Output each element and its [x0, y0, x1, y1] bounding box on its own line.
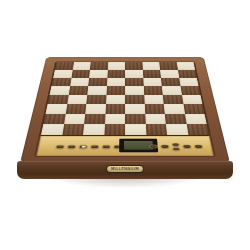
key-left-2-button[interactable]	[67, 145, 76, 149]
square-h4	[182, 95, 203, 104]
square-h8	[176, 62, 195, 70]
key-right-4-button[interactable]	[194, 145, 203, 149]
board-top-surface	[20, 57, 230, 163]
square-d6	[107, 78, 125, 86]
square-g3	[164, 104, 185, 114]
square-f2	[145, 114, 166, 124]
square-g1	[166, 124, 188, 135]
square-a7	[53, 70, 72, 78]
square-e6	[125, 78, 143, 86]
square-e3	[125, 104, 145, 114]
square-d3	[105, 104, 125, 114]
square-f6	[143, 78, 162, 86]
board-grid	[41, 62, 209, 135]
square-f3	[144, 104, 164, 114]
key-left-5-button[interactable]	[102, 145, 111, 149]
key-right-1-button[interactable]	[149, 145, 158, 149]
square-f4	[144, 95, 164, 104]
square-a1	[41, 124, 64, 135]
square-h2	[185, 114, 207, 124]
square-g8	[159, 62, 177, 70]
square-g7	[160, 70, 179, 78]
square-f5	[143, 86, 162, 95]
square-d4	[106, 95, 125, 104]
key-left-4-button[interactable]	[90, 145, 99, 149]
square-b7	[71, 70, 90, 78]
square-b2	[64, 114, 86, 124]
square-h7	[178, 70, 197, 78]
square-g4	[163, 95, 183, 104]
square-b4	[67, 95, 87, 104]
square-c1	[83, 124, 105, 135]
square-d2	[105, 114, 125, 124]
square-f8	[142, 62, 160, 70]
square-d7	[107, 70, 125, 78]
square-d5	[106, 86, 125, 95]
square-c8	[90, 62, 108, 70]
square-c4	[86, 95, 106, 104]
square-c6	[88, 78, 107, 86]
square-g6	[161, 78, 180, 86]
square-a2	[43, 114, 65, 124]
square-h1	[186, 124, 209, 135]
key-down-button[interactable]	[172, 147, 180, 150]
square-d1	[104, 124, 125, 135]
square-c7	[89, 70, 107, 78]
square-a4	[48, 95, 69, 104]
square-e2	[125, 114, 145, 124]
key-left-3-button[interactable]	[79, 145, 88, 149]
square-c5	[87, 86, 106, 95]
product-photo: MILLENNIUM	[0, 0, 250, 250]
right-keys-group	[149, 143, 204, 151]
left-keys-group	[55, 145, 126, 149]
square-b1	[62, 124, 84, 135]
square-a8	[55, 62, 74, 70]
square-e7	[125, 70, 143, 78]
square-e1	[125, 124, 146, 135]
square-b5	[68, 86, 88, 95]
square-e5	[125, 86, 144, 95]
key-right-3-button[interactable]	[182, 145, 191, 149]
board-front-edge: MILLENNIUM	[17, 161, 233, 179]
square-e4	[125, 95, 144, 104]
square-a6	[51, 78, 71, 86]
square-c3	[85, 104, 105, 114]
square-b6	[70, 78, 89, 86]
square-e8	[125, 62, 143, 70]
square-f1	[145, 124, 167, 135]
square-h5	[180, 86, 200, 95]
updown-keys-stack	[172, 143, 181, 151]
square-a3	[45, 104, 66, 114]
square-h3	[183, 104, 204, 114]
control-panel	[37, 135, 214, 156]
key-right-2-button[interactable]	[160, 145, 169, 149]
square-f7	[143, 70, 161, 78]
square-d8	[107, 62, 125, 70]
square-g2	[165, 114, 187, 124]
key-up-button[interactable]	[172, 143, 180, 146]
square-c2	[84, 114, 105, 124]
square-a5	[50, 86, 70, 95]
square-g5	[162, 86, 182, 95]
square-h6	[179, 78, 199, 86]
square-b8	[72, 62, 90, 70]
brand-plaque: MILLENNIUM	[106, 165, 144, 173]
key-left-1-button[interactable]	[55, 145, 64, 149]
square-b3	[65, 104, 86, 114]
